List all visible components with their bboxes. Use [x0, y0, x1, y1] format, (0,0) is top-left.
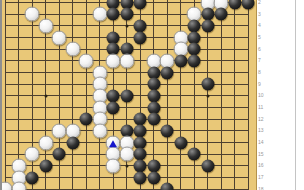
black-stone	[161, 183, 174, 190]
white-stone	[38, 18, 53, 33]
panel-separator-line	[295, 0, 296, 190]
white-stone	[25, 7, 40, 22]
white-stone	[25, 147, 40, 162]
row-number-label: 9	[258, 81, 261, 86]
go-board[interactable]	[2, 0, 257, 190]
grid-horizontal-line	[5, 189, 249, 190]
black-stone	[120, 8, 133, 21]
white-stone	[65, 42, 80, 57]
black-stone	[161, 66, 174, 79]
black-stone	[120, 89, 133, 102]
row-number-label: 17	[258, 175, 264, 180]
star-point	[125, 164, 128, 167]
white-stone	[92, 7, 107, 22]
row-coordinate-labels: 23456789101112131415161718	[258, 0, 270, 190]
row-number-label: 2	[258, 0, 261, 5]
black-stone	[228, 0, 241, 9]
row-number-label: 18	[258, 186, 264, 190]
black-stone	[174, 54, 187, 67]
black-stone	[174, 136, 187, 149]
black-stone	[134, 31, 147, 44]
star-point	[206, 94, 209, 97]
row-number-label: 13	[258, 128, 264, 133]
black-stone	[201, 78, 214, 91]
grid-horizontal-line	[5, 177, 249, 178]
white-stone	[79, 53, 94, 68]
black-stone	[39, 159, 52, 172]
black-stone	[147, 113, 160, 126]
black-stone	[147, 171, 160, 184]
white-stone	[52, 30, 67, 45]
grid-horizontal-line	[5, 72, 249, 73]
row-number-label: 8	[258, 70, 261, 75]
black-stone	[161, 124, 174, 137]
black-stone	[66, 136, 79, 149]
grid-horizontal-line	[5, 37, 249, 38]
black-stone	[134, 171, 147, 184]
window-left-edge	[0, 0, 2, 190]
star-point	[44, 94, 47, 97]
row-number-label: 10	[258, 93, 264, 98]
last-move-triangle-marker	[109, 140, 117, 147]
grid-horizontal-line	[5, 107, 249, 108]
row-number-label: 15	[258, 151, 264, 156]
black-stone	[201, 19, 214, 32]
row-number-label: 16	[258, 163, 264, 168]
black-stone	[188, 54, 201, 67]
white-stone	[106, 158, 121, 173]
grid-horizontal-line	[5, 119, 249, 120]
black-stone	[107, 101, 120, 114]
row-number-label: 3	[258, 11, 261, 16]
row-number-label: 14	[258, 140, 264, 145]
black-stone	[134, 0, 147, 9]
black-stone	[80, 113, 93, 126]
row-number-label: 5	[258, 35, 261, 40]
black-stone	[26, 171, 39, 184]
row-number-label: 7	[258, 58, 261, 63]
black-stone	[188, 148, 201, 161]
white-stone	[92, 123, 107, 138]
black-stone	[107, 8, 120, 21]
white-stone	[11, 182, 26, 190]
go-app-window: 23456789101112131415161718	[0, 0, 304, 190]
black-stone	[215, 8, 228, 21]
white-stone	[119, 53, 134, 68]
black-stone	[242, 0, 255, 9]
star-point	[125, 24, 128, 27]
black-stone	[201, 159, 214, 172]
row-number-label: 12	[258, 116, 264, 121]
row-number-label: 6	[258, 46, 261, 51]
white-stone	[119, 147, 134, 162]
row-number-label: 11	[258, 105, 263, 110]
row-number-label: 4	[258, 23, 261, 28]
black-stone	[53, 148, 66, 161]
white-stone	[38, 135, 53, 150]
